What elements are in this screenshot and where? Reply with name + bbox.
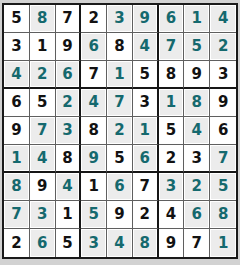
cell-r5c3[interactable]: 3 xyxy=(56,117,82,145)
cell-fill: 3 xyxy=(57,118,79,143)
cell-fill: 1 xyxy=(160,90,183,115)
cell-r8c9[interactable]: 8 xyxy=(210,201,236,229)
cell-digit: 9 xyxy=(114,207,124,222)
cell-digit: 9 xyxy=(11,123,21,138)
cell-digit: 9 xyxy=(218,95,228,110)
cell-r9c4[interactable]: 3 xyxy=(81,229,107,257)
cell-r4c9[interactable]: 9 xyxy=(210,89,236,117)
cell-r5c9[interactable]: 6 xyxy=(210,117,236,145)
cell-digit: 3 xyxy=(192,151,202,166)
cell-digit: 9 xyxy=(140,11,150,26)
cell-fill: 8 xyxy=(185,90,208,115)
cell-fill: 4 xyxy=(160,202,183,227)
cell-r2c6[interactable]: 4 xyxy=(133,33,159,61)
cell-r2c4[interactable]: 6 xyxy=(81,33,107,61)
cell-fill: 8 xyxy=(134,230,156,256)
cell-digit: 5 xyxy=(140,67,150,82)
cell-fill: 1 xyxy=(31,34,54,59)
cell-digit: 1 xyxy=(140,123,150,138)
cell-fill: 8 xyxy=(5,174,28,199)
cell-r1c7[interactable]: 6 xyxy=(159,5,185,33)
cell-digit: 1 xyxy=(11,151,21,166)
cell-r9c9[interactable]: 1 xyxy=(210,229,236,257)
cell-digit: 1 xyxy=(89,179,99,194)
cell-r8c2[interactable]: 3 xyxy=(30,201,56,229)
cell-r8c6[interactable]: 2 xyxy=(133,201,159,229)
cell-fill: 8 xyxy=(211,202,235,227)
cell-digit: 4 xyxy=(218,11,228,26)
cell-digit: 3 xyxy=(11,39,21,54)
cell-digit: 6 xyxy=(140,151,150,166)
cell-r4c7[interactable]: 1 xyxy=(159,89,185,117)
cell-fill: 9 xyxy=(185,62,208,86)
cell-fill: 2 xyxy=(185,174,208,199)
cell-digit: 8 xyxy=(62,151,72,166)
cell-r5c8[interactable]: 4 xyxy=(184,117,210,145)
cell-digit: 4 xyxy=(166,207,176,222)
cell-fill: 3 xyxy=(211,62,235,86)
cell-fill: 7 xyxy=(5,202,28,227)
cell-r7c6[interactable]: 7 xyxy=(133,173,159,201)
cell-r9c1[interactable]: 2 xyxy=(4,229,30,257)
cell-r8c1[interactable]: 7 xyxy=(4,201,30,229)
cell-r3c1[interactable]: 4 xyxy=(4,61,30,89)
cell-digit: 1 xyxy=(218,236,228,251)
cell-digit: 6 xyxy=(218,123,228,138)
cell-fill: 4 xyxy=(57,174,79,199)
cell-fill: 1 xyxy=(211,230,235,256)
cell-fill: 9 xyxy=(82,146,105,170)
cell-digit: 4 xyxy=(62,179,72,194)
cell-fill: 6 xyxy=(211,118,235,143)
cell-r6c9[interactable]: 7 xyxy=(210,145,236,173)
cell-fill: 7 xyxy=(57,6,79,31)
cell-digit: 1 xyxy=(192,11,202,26)
cell-fill: 5 xyxy=(108,146,131,170)
cell-digit: 8 xyxy=(192,95,202,110)
cell-digit: 1 xyxy=(166,95,176,110)
cell-r1c2[interactable]: 8 xyxy=(30,5,56,33)
cell-r9c3[interactable]: 5 xyxy=(56,229,82,257)
cell-fill: 2 xyxy=(108,118,131,143)
cell-digit: 7 xyxy=(218,151,228,166)
cell-r4c1[interactable]: 6 xyxy=(4,89,30,117)
cell-r8c7[interactable]: 4 xyxy=(159,201,185,229)
cell-digit: 5 xyxy=(11,11,21,26)
cell-fill: 1 xyxy=(185,6,208,31)
cell-fill: 2 xyxy=(31,62,54,86)
cell-digit: 5 xyxy=(89,207,99,222)
cell-digit: 2 xyxy=(192,179,202,194)
cell-digit: 2 xyxy=(11,236,21,251)
cell-fill: 4 xyxy=(185,118,208,143)
cell-fill: 1 xyxy=(82,174,105,199)
cell-fill: 9 xyxy=(31,174,54,199)
sudoku-board: 5872396143196847524267158936524731899738… xyxy=(2,3,238,259)
cell-fill: 4 xyxy=(31,146,54,170)
cell-digit: 4 xyxy=(37,151,47,166)
cell-fill: 4 xyxy=(82,90,105,115)
cell-digit: 4 xyxy=(192,123,202,138)
cell-r6c4[interactable]: 9 xyxy=(81,145,107,173)
cell-fill: 1 xyxy=(134,118,156,143)
cell-r7c7[interactable]: 3 xyxy=(159,173,185,201)
cell-digit: 6 xyxy=(89,39,99,54)
cell-r5c5[interactable]: 2 xyxy=(107,117,133,145)
cell-fill: 8 xyxy=(108,34,131,59)
cell-digit: 3 xyxy=(218,67,228,82)
cell-fill: 4 xyxy=(108,230,131,256)
cell-r3c5[interactable]: 1 xyxy=(107,61,133,89)
cell-fill: 6 xyxy=(185,202,208,227)
cell-fill: 7 xyxy=(31,118,54,143)
cell-r2c1[interactable]: 3 xyxy=(4,33,30,61)
cell-fill: 3 xyxy=(31,202,54,227)
cell-fill: 8 xyxy=(57,146,79,170)
cell-r2c7[interactable]: 7 xyxy=(159,33,185,61)
cell-r1c5[interactable]: 3 xyxy=(107,5,133,33)
cell-r4c8[interactable]: 8 xyxy=(184,89,210,117)
cell-fill: 9 xyxy=(160,230,183,256)
cell-r6c7[interactable]: 2 xyxy=(159,145,185,173)
cell-fill: 9 xyxy=(211,90,235,115)
cell-r1c9[interactable]: 4 xyxy=(210,5,236,33)
cell-r7c4[interactable]: 1 xyxy=(81,173,107,201)
cell-fill: 9 xyxy=(108,202,131,227)
cell-digit: 3 xyxy=(114,11,124,26)
cell-r4c6[interactable]: 3 xyxy=(133,89,159,117)
cell-digit: 6 xyxy=(62,67,72,82)
cell-r4c5[interactable]: 7 xyxy=(107,89,133,117)
cell-fill: 9 xyxy=(5,118,28,143)
cell-fill: 5 xyxy=(160,118,183,143)
cell-r1c3[interactable]: 7 xyxy=(56,5,82,33)
cell-digit: 5 xyxy=(218,179,228,194)
cell-fill: 5 xyxy=(211,174,235,199)
cell-digit: 3 xyxy=(37,207,47,222)
cell-digit: 7 xyxy=(62,11,72,26)
cell-fill: 4 xyxy=(211,6,235,31)
cell-fill: 5 xyxy=(57,230,79,256)
cell-r8c4[interactable]: 5 xyxy=(81,201,107,229)
cell-fill: 7 xyxy=(160,34,183,59)
cell-digit: 6 xyxy=(11,95,21,110)
cell-digit: 8 xyxy=(89,123,99,138)
cell-digit: 5 xyxy=(192,39,202,54)
cell-r7c3[interactable]: 4 xyxy=(56,173,82,201)
cell-r1c8[interactable]: 1 xyxy=(184,5,210,33)
cell-fill: 2 xyxy=(160,146,183,170)
cell-digit: 2 xyxy=(114,123,124,138)
cell-r5c2[interactable]: 7 xyxy=(30,117,56,145)
cell-fill: 5 xyxy=(185,34,208,59)
cell-r3c6[interactable]: 5 xyxy=(133,61,159,89)
cell-digit: 7 xyxy=(37,123,47,138)
cell-digit: 2 xyxy=(218,39,228,54)
cell-fill: 6 xyxy=(82,34,105,59)
cell-fill: 3 xyxy=(82,230,105,256)
cell-digit: 8 xyxy=(11,179,21,194)
cell-r6c5[interactable]: 5 xyxy=(107,145,133,173)
cell-fill: 5 xyxy=(82,202,105,227)
cell-digit: 5 xyxy=(37,95,47,110)
cell-fill: 5 xyxy=(5,6,28,31)
cell-fill: 3 xyxy=(108,6,131,31)
cell-r6c2[interactable]: 4 xyxy=(30,145,56,173)
cell-digit: 8 xyxy=(140,236,150,251)
cell-r4c4[interactable]: 4 xyxy=(81,89,107,117)
cell-r6c3[interactable]: 8 xyxy=(56,145,82,173)
cell-r3c4[interactable]: 7 xyxy=(81,61,107,89)
cell-fill: 6 xyxy=(57,62,79,86)
cell-r7c5[interactable]: 6 xyxy=(107,173,133,201)
cell-r8c3[interactable]: 1 xyxy=(56,201,82,229)
cell-r7c9[interactable]: 5 xyxy=(210,173,236,201)
cell-fill: 7 xyxy=(211,146,235,170)
cell-r3c3[interactable]: 6 xyxy=(56,61,82,89)
cell-digit: 4 xyxy=(114,236,124,251)
cell-fill: 8 xyxy=(160,62,183,86)
cell-fill: 3 xyxy=(5,34,28,59)
cell-digit: 1 xyxy=(62,207,72,222)
cell-digit: 7 xyxy=(11,207,21,222)
cell-r8c5[interactable]: 9 xyxy=(107,201,133,229)
cell-fill: 8 xyxy=(82,118,105,143)
cell-digit: 7 xyxy=(89,67,99,82)
cell-fill: 7 xyxy=(185,230,208,256)
cell-fill: 4 xyxy=(134,34,156,59)
cell-digit: 9 xyxy=(166,236,176,251)
cell-r5c6[interactable]: 1 xyxy=(133,117,159,145)
cell-r2c3[interactable]: 9 xyxy=(56,33,82,61)
cell-digit: 2 xyxy=(62,95,72,110)
cell-digit: 2 xyxy=(166,151,176,166)
cell-fill: 7 xyxy=(108,90,131,115)
cell-digit: 5 xyxy=(62,236,72,251)
cell-digit: 9 xyxy=(192,67,202,82)
cell-fill: 1 xyxy=(108,62,131,86)
cell-r7c8[interactable]: 2 xyxy=(184,173,210,201)
cell-fill: 6 xyxy=(134,146,156,170)
cell-r9c7[interactable]: 9 xyxy=(159,229,185,257)
cell-r9c5[interactable]: 4 xyxy=(107,229,133,257)
cell-r3c9[interactable]: 3 xyxy=(210,61,236,89)
cell-r1c6[interactable]: 9 xyxy=(133,5,159,33)
cell-digit: 1 xyxy=(37,39,47,54)
cell-digit: 7 xyxy=(114,95,124,110)
cell-r9c6[interactable]: 8 xyxy=(133,229,159,257)
cell-digit: 7 xyxy=(140,179,150,194)
cell-digit: 9 xyxy=(62,39,72,54)
cell-digit: 5 xyxy=(114,151,124,166)
cell-fill: 2 xyxy=(211,34,235,59)
cell-r2c5[interactable]: 8 xyxy=(107,33,133,61)
cell-fill: 8 xyxy=(31,6,54,31)
cell-fill: 3 xyxy=(185,146,208,170)
cell-digit: 2 xyxy=(140,207,150,222)
cell-r5c4[interactable]: 8 xyxy=(81,117,107,145)
cell-fill: 6 xyxy=(108,174,131,199)
cell-fill: 9 xyxy=(57,34,79,59)
cell-digit: 3 xyxy=(140,95,150,110)
cell-digit: 7 xyxy=(166,39,176,54)
cell-digit: 9 xyxy=(89,151,99,166)
cell-fill: 6 xyxy=(160,6,183,31)
cell-fill: 2 xyxy=(5,230,28,256)
cell-r3c7[interactable]: 8 xyxy=(159,61,185,89)
cell-fill: 6 xyxy=(5,90,28,115)
cell-fill: 3 xyxy=(134,90,156,115)
cell-fill: 4 xyxy=(5,62,28,86)
cell-r9c8[interactable]: 7 xyxy=(184,229,210,257)
cell-digit: 8 xyxy=(37,11,47,26)
cell-r6c6[interactable]: 6 xyxy=(133,145,159,173)
cell-digit: 8 xyxy=(218,207,228,222)
cell-digit: 3 xyxy=(62,123,72,138)
cell-r4c2[interactable]: 5 xyxy=(30,89,56,117)
cell-digit: 9 xyxy=(37,179,47,194)
cell-digit: 2 xyxy=(89,11,99,26)
cell-digit: 8 xyxy=(166,67,176,82)
cell-r3c2[interactable]: 2 xyxy=(30,61,56,89)
cell-digit: 4 xyxy=(11,67,21,82)
cell-digit: 8 xyxy=(114,39,124,54)
cell-digit: 7 xyxy=(192,236,202,251)
cell-r3c8[interactable]: 9 xyxy=(184,61,210,89)
cell-r8c8[interactable]: 6 xyxy=(184,201,210,229)
cell-digit: 6 xyxy=(37,236,47,251)
cell-fill: 7 xyxy=(82,62,105,86)
cell-r2c8[interactable]: 5 xyxy=(184,33,210,61)
cell-fill: 6 xyxy=(31,230,54,256)
cell-fill: 9 xyxy=(134,6,156,31)
cell-digit: 3 xyxy=(166,179,176,194)
cell-digit: 3 xyxy=(89,236,99,251)
cell-digit: 1 xyxy=(114,67,124,82)
cell-digit: 2 xyxy=(37,67,47,82)
cell-r7c2[interactable]: 9 xyxy=(30,173,56,201)
cell-digit: 4 xyxy=(140,39,150,54)
cell-r9c2[interactable]: 6 xyxy=(30,229,56,257)
cell-fill: 7 xyxy=(134,174,156,199)
cell-digit: 6 xyxy=(192,207,202,222)
cell-digit: 4 xyxy=(89,95,99,110)
cell-r4c3[interactable]: 2 xyxy=(56,89,82,117)
cell-fill: 2 xyxy=(82,6,105,31)
cell-r6c1[interactable]: 1 xyxy=(4,145,30,173)
cell-fill: 1 xyxy=(57,202,79,227)
cell-fill: 5 xyxy=(134,62,156,86)
cell-fill: 3 xyxy=(160,174,183,199)
cell-digit: 5 xyxy=(166,123,176,138)
cell-fill: 1 xyxy=(5,146,28,170)
cell-r5c1[interactable]: 9 xyxy=(4,117,30,145)
cell-r1c4[interactable]: 2 xyxy=(81,5,107,33)
cell-r2c9[interactable]: 2 xyxy=(210,33,236,61)
cell-fill: 2 xyxy=(57,90,79,115)
cell-fill: 2 xyxy=(134,202,156,227)
cell-r5c7[interactable]: 5 xyxy=(159,117,185,145)
cell-digit: 6 xyxy=(114,179,124,194)
cell-r6c8[interactable]: 3 xyxy=(184,145,210,173)
cell-r7c1[interactable]: 8 xyxy=(4,173,30,201)
cell-digit: 6 xyxy=(166,11,176,26)
cell-fill: 5 xyxy=(31,90,54,115)
cell-r1c1[interactable]: 5 xyxy=(4,5,30,33)
cell-r2c2[interactable]: 1 xyxy=(30,33,56,61)
